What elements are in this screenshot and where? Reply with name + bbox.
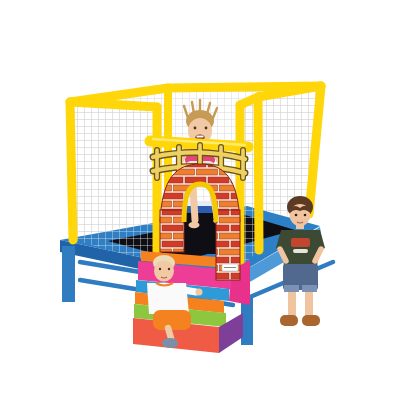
boy-leg-right	[305, 292, 313, 317]
toddler-arm-right	[184, 290, 196, 292]
net-panel-front-left	[70, 102, 157, 263]
boy-shoe-left	[280, 315, 298, 326]
post-front-left	[70, 102, 73, 240]
boy-neck	[296, 224, 304, 229]
toddler-shorts	[153, 310, 191, 330]
brand-label	[222, 264, 238, 271]
boy-cuff-right	[302, 285, 317, 292]
boy-leg-left	[288, 292, 296, 317]
boy-eye-left	[295, 214, 298, 217]
boy-shoe-right	[302, 315, 320, 326]
product-photo: Kids trampoline with safety net enclosur…	[0, 0, 400, 400]
boy-shirt-print	[291, 238, 310, 247]
girl-teeth	[197, 136, 204, 138]
brick-column-left	[160, 210, 184, 252]
toddler-eye-right	[168, 268, 170, 270]
toddler-hand-right	[196, 289, 203, 296]
post-front-right	[258, 97, 259, 250]
girl-foot-left	[189, 222, 200, 228]
toddler-eye-left	[159, 268, 161, 270]
front-rail-left	[70, 102, 157, 107]
toddler-leg	[168, 328, 171, 338]
boy-shirt-print-banner	[293, 249, 308, 253]
toddler-shoe	[162, 338, 178, 348]
girl-eye-left	[194, 127, 197, 130]
boy-eye-right	[304, 214, 307, 217]
trampoline-scene	[0, 0, 400, 400]
boy-cuff-left	[284, 285, 299, 292]
base-leg-left	[62, 246, 75, 302]
girl-eye-right	[205, 127, 208, 130]
